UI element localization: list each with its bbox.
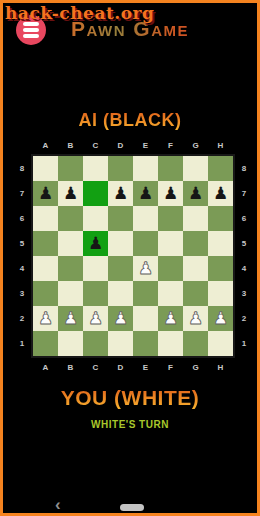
square-c5[interactable]: ♟ bbox=[83, 231, 108, 256]
square-f1[interactable] bbox=[158, 331, 183, 356]
square-h7[interactable]: ♟ bbox=[208, 181, 233, 206]
back-button[interactable]: ‹ bbox=[55, 497, 61, 513]
square-h2[interactable]: ♟ bbox=[208, 306, 233, 331]
square-d8[interactable] bbox=[108, 156, 133, 181]
square-f2[interactable]: ♟ bbox=[158, 306, 183, 331]
square-e2[interactable] bbox=[133, 306, 158, 331]
black-pawn: ♟ bbox=[108, 181, 133, 206]
square-a6[interactable] bbox=[33, 206, 58, 231]
file-label-h: H bbox=[208, 362, 233, 374]
square-c4[interactable] bbox=[83, 256, 108, 281]
black-pawn: ♟ bbox=[83, 231, 108, 256]
square-e1[interactable] bbox=[133, 331, 158, 356]
square-a8[interactable] bbox=[33, 156, 58, 181]
rank-labels-left: 87654321 bbox=[17, 156, 27, 356]
file-labels-top: ABCDEFGH bbox=[33, 140, 233, 152]
file-labels-bottom: ABCDEFGH bbox=[33, 362, 233, 374]
file-label-c: C bbox=[83, 140, 108, 152]
square-e4[interactable]: ♟ bbox=[133, 256, 158, 281]
file-label-a: A bbox=[33, 140, 58, 152]
square-h4[interactable] bbox=[208, 256, 233, 281]
square-f4[interactable] bbox=[158, 256, 183, 281]
black-pawn: ♟ bbox=[133, 181, 158, 206]
square-e3[interactable] bbox=[133, 281, 158, 306]
square-g1[interactable] bbox=[183, 331, 208, 356]
white-pawn: ♟ bbox=[158, 306, 183, 331]
black-pawn: ♟ bbox=[158, 181, 183, 206]
file-label-f: F bbox=[158, 362, 183, 374]
square-h6[interactable] bbox=[208, 206, 233, 231]
square-e8[interactable] bbox=[133, 156, 158, 181]
square-g5[interactable] bbox=[183, 231, 208, 256]
file-label-b: B bbox=[58, 362, 83, 374]
square-d1[interactable] bbox=[108, 331, 133, 356]
square-b5[interactable] bbox=[58, 231, 83, 256]
square-d2[interactable]: ♟ bbox=[108, 306, 133, 331]
white-pawn: ♟ bbox=[133, 256, 158, 281]
file-label-a: A bbox=[33, 362, 58, 374]
rank-label-1: 1 bbox=[17, 331, 27, 356]
black-pawn: ♟ bbox=[58, 181, 83, 206]
square-g4[interactable] bbox=[183, 256, 208, 281]
square-g8[interactable] bbox=[183, 156, 208, 181]
rank-label-1: 1 bbox=[239, 331, 249, 356]
square-d4[interactable] bbox=[108, 256, 133, 281]
file-label-d: D bbox=[108, 140, 133, 152]
square-d3[interactable] bbox=[108, 281, 133, 306]
rank-label-5: 5 bbox=[239, 231, 249, 256]
board: ♟♟♟♟♟♟♟♟♟♟♟♟♟♟♟♟ bbox=[31, 154, 235, 358]
phone-screen: hack-cheat.org Pawn Game AI (BLACK) ABCD… bbox=[0, 0, 260, 516]
square-g6[interactable] bbox=[183, 206, 208, 231]
square-e7[interactable]: ♟ bbox=[133, 181, 158, 206]
square-b3[interactable] bbox=[58, 281, 83, 306]
square-f8[interactable] bbox=[158, 156, 183, 181]
rank-label-5: 5 bbox=[17, 231, 27, 256]
rank-label-8: 8 bbox=[17, 156, 27, 181]
white-pawn: ♟ bbox=[33, 306, 58, 331]
file-label-c: C bbox=[83, 362, 108, 374]
watermark: hack-cheat.org bbox=[5, 3, 154, 23]
square-c6[interactable] bbox=[83, 206, 108, 231]
square-d6[interactable] bbox=[108, 206, 133, 231]
square-b1[interactable] bbox=[58, 331, 83, 356]
square-a7[interactable]: ♟ bbox=[33, 181, 58, 206]
square-b7[interactable]: ♟ bbox=[58, 181, 83, 206]
square-a5[interactable] bbox=[33, 231, 58, 256]
rank-label-3: 3 bbox=[17, 281, 27, 306]
square-a1[interactable] bbox=[33, 331, 58, 356]
square-g7[interactable]: ♟ bbox=[183, 181, 208, 206]
file-label-f: F bbox=[158, 140, 183, 152]
file-label-d: D bbox=[108, 362, 133, 374]
black-pawn: ♟ bbox=[33, 181, 58, 206]
black-pawn: ♟ bbox=[208, 181, 233, 206]
rank-label-3: 3 bbox=[239, 281, 249, 306]
square-c3[interactable] bbox=[83, 281, 108, 306]
square-h8[interactable] bbox=[208, 156, 233, 181]
square-c1[interactable] bbox=[83, 331, 108, 356]
white-pawn: ♟ bbox=[58, 306, 83, 331]
rank-label-6: 6 bbox=[239, 206, 249, 231]
square-b8[interactable] bbox=[58, 156, 83, 181]
square-e5[interactable] bbox=[133, 231, 158, 256]
square-g2[interactable]: ♟ bbox=[183, 306, 208, 331]
square-b4[interactable] bbox=[58, 256, 83, 281]
square-f3[interactable] bbox=[158, 281, 183, 306]
white-pawn: ♟ bbox=[183, 306, 208, 331]
rank-labels-right: 87654321 bbox=[239, 156, 249, 356]
opponent-label: AI (BLACK) bbox=[3, 110, 257, 131]
square-c8[interactable] bbox=[83, 156, 108, 181]
rank-label-7: 7 bbox=[239, 181, 249, 206]
file-label-g: G bbox=[183, 362, 208, 374]
square-a2[interactable]: ♟ bbox=[33, 306, 58, 331]
rank-label-2: 2 bbox=[17, 306, 27, 331]
file-label-h: H bbox=[208, 140, 233, 152]
white-pawn: ♟ bbox=[83, 306, 108, 331]
file-label-e: E bbox=[133, 362, 158, 374]
turn-status: WHITE'S TURN bbox=[3, 419, 257, 430]
square-h3[interactable] bbox=[208, 281, 233, 306]
square-c7[interactable] bbox=[83, 181, 108, 206]
player-label: YOU (WHITE) bbox=[3, 386, 257, 410]
rank-label-8: 8 bbox=[239, 156, 249, 181]
square-a4[interactable] bbox=[33, 256, 58, 281]
white-pawn: ♟ bbox=[108, 306, 133, 331]
square-f7[interactable]: ♟ bbox=[158, 181, 183, 206]
square-d5[interactable] bbox=[108, 231, 133, 256]
white-pawn: ♟ bbox=[208, 306, 233, 331]
square-d7[interactable]: ♟ bbox=[108, 181, 133, 206]
file-label-g: G bbox=[183, 140, 208, 152]
rank-label-4: 4 bbox=[239, 256, 249, 281]
square-b2[interactable]: ♟ bbox=[58, 306, 83, 331]
rank-label-2: 2 bbox=[239, 306, 249, 331]
square-h5[interactable] bbox=[208, 231, 233, 256]
rank-label-6: 6 bbox=[17, 206, 27, 231]
home-indicator[interactable] bbox=[120, 504, 144, 511]
black-pawn: ♟ bbox=[183, 181, 208, 206]
file-label-b: B bbox=[58, 140, 83, 152]
square-f5[interactable] bbox=[158, 231, 183, 256]
rank-label-7: 7 bbox=[17, 181, 27, 206]
square-a3[interactable] bbox=[33, 281, 58, 306]
file-label-e: E bbox=[133, 140, 158, 152]
square-g3[interactable] bbox=[183, 281, 208, 306]
square-e6[interactable] bbox=[133, 206, 158, 231]
square-h1[interactable] bbox=[208, 331, 233, 356]
square-b6[interactable] bbox=[58, 206, 83, 231]
square-c2[interactable]: ♟ bbox=[83, 306, 108, 331]
rank-label-4: 4 bbox=[17, 256, 27, 281]
square-f6[interactable] bbox=[158, 206, 183, 231]
